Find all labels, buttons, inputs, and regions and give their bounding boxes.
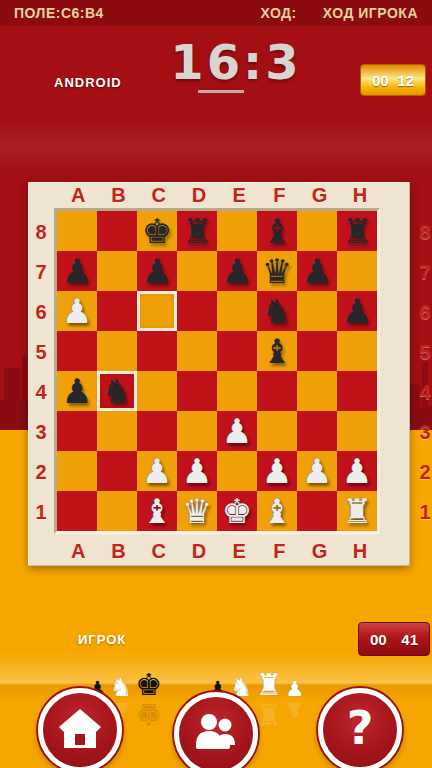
- opponent-name: ANDROID: [54, 75, 122, 90]
- square-b6[interactable]: [97, 291, 137, 331]
- turn-label: ХОД:: [260, 5, 296, 21]
- square-d7[interactable]: [177, 251, 217, 291]
- square-b4[interactable]: ♞: [97, 371, 137, 411]
- square-g7[interactable]: ♟: [297, 251, 337, 291]
- coordinate-label: 7: [412, 261, 432, 284]
- coordinate-label: G: [300, 540, 340, 563]
- timer-underline: [198, 90, 244, 93]
- coordinate-label: 4: [28, 381, 54, 404]
- black-pawn: ♟: [337, 291, 377, 331]
- square-e5[interactable]: [217, 331, 257, 371]
- field-move-label: ПОЛЕ:C6:B4: [14, 5, 104, 21]
- square-e3[interactable]: ♟: [217, 411, 257, 451]
- black-rook: ♜: [337, 211, 377, 251]
- square-f8[interactable]: ♝: [257, 211, 297, 251]
- square-g6[interactable]: [297, 291, 337, 331]
- square-g4[interactable]: [297, 371, 337, 411]
- square-a1[interactable]: [57, 491, 97, 531]
- square-g5[interactable]: [297, 331, 337, 371]
- square-c4[interactable]: [137, 371, 177, 411]
- white-pawn: ♟: [217, 411, 257, 451]
- top-status-bar: ПОЛЕ:C6:B4 ХОД: ХОД ИГРОКА: [0, 0, 432, 26]
- white-pawn: ♟: [177, 451, 217, 491]
- home-button[interactable]: [38, 688, 122, 768]
- captured-white-knight: ♞: [110, 675, 132, 700]
- players-button[interactable]: [174, 692, 258, 768]
- black-bishop: ♝: [257, 331, 297, 371]
- square-c3[interactable]: [137, 411, 177, 451]
- turn-value: ХОД ИГРОКА: [323, 5, 418, 21]
- square-c6[interactable]: [137, 291, 177, 331]
- opponent-score-left: 00: [372, 72, 389, 89]
- square-c1[interactable]: ♝: [137, 491, 177, 531]
- square-e8[interactable]: [217, 211, 257, 251]
- coordinate-label: 6: [412, 301, 432, 324]
- square-h3[interactable]: [337, 411, 377, 451]
- rank-labels-right: 87654321: [412, 212, 432, 532]
- square-a4[interactable]: ♟: [57, 371, 97, 411]
- background-sheen: [0, 120, 432, 172]
- white-pawn: ♟: [297, 451, 337, 491]
- game-timer: 16:3: [166, 34, 306, 90]
- rank-labels-left: 87654321: [28, 212, 54, 532]
- board-playing-area: ♚♜♝♜♟♟♟♛♟♟♞♟♝♟♞♟♟♟♟♟♟♝♛♚♝♜: [54, 208, 380, 534]
- coordinate-label: E: [219, 540, 259, 563]
- opponent-score-box: 00 12: [360, 64, 426, 96]
- square-h5[interactable]: [337, 331, 377, 371]
- coordinate-label: 3: [28, 421, 54, 444]
- square-d3[interactable]: [177, 411, 217, 451]
- square-e4[interactable]: [217, 371, 257, 411]
- square-h6[interactable]: ♟: [337, 291, 377, 331]
- square-f4[interactable]: [257, 371, 297, 411]
- file-labels-bottom: ABCDEFGH: [58, 536, 380, 566]
- black-pawn: ♟: [57, 371, 97, 411]
- square-b8[interactable]: [97, 211, 137, 251]
- coordinate-label: C: [139, 540, 179, 563]
- coordinate-label: 8: [412, 221, 432, 244]
- coordinate-label: D: [179, 540, 219, 563]
- white-king: ♚: [217, 491, 257, 531]
- square-a8[interactable]: [57, 211, 97, 251]
- square-f1[interactable]: ♝: [257, 491, 297, 531]
- square-e2[interactable]: [217, 451, 257, 491]
- square-d1[interactable]: ♛: [177, 491, 217, 531]
- white-pawn: ♟: [337, 451, 377, 491]
- square-h8[interactable]: ♜: [337, 211, 377, 251]
- square-a3[interactable]: [57, 411, 97, 451]
- captured-black-king: ♚: [135, 670, 162, 700]
- square-b3[interactable]: [97, 411, 137, 451]
- square-b2[interactable]: [97, 451, 137, 491]
- white-queen: ♛: [177, 491, 217, 531]
- square-c2[interactable]: ♟: [137, 451, 177, 491]
- coordinate-label: G: [300, 184, 340, 207]
- coordinate-label: 8: [28, 221, 54, 244]
- two-players-icon: [191, 711, 241, 757]
- square-f2[interactable]: ♟: [257, 451, 297, 491]
- square-d2[interactable]: ♟: [177, 451, 217, 491]
- square-e7[interactable]: ♟: [217, 251, 257, 291]
- square-e6[interactable]: [217, 291, 257, 331]
- square-a7[interactable]: ♟: [57, 251, 97, 291]
- coordinate-label: A: [58, 540, 98, 563]
- app-screen: ПОЛЕ:C6:B4 ХОД: ХОД ИГРОКА 16:3 ANDROID …: [0, 0, 432, 768]
- white-pawn: ♟: [57, 291, 97, 331]
- square-h7[interactable]: [337, 251, 377, 291]
- square-b5[interactable]: [97, 331, 137, 371]
- black-pawn: ♟: [217, 251, 257, 291]
- coordinate-label: D: [179, 184, 219, 207]
- square-g1[interactable]: [297, 491, 337, 531]
- square-d6[interactable]: [177, 291, 217, 331]
- square-b7[interactable]: [97, 251, 137, 291]
- square-c8[interactable]: ♚: [137, 211, 177, 251]
- square-g8[interactable]: [297, 211, 337, 251]
- white-bishop: ♝: [137, 491, 177, 531]
- coordinate-label: 2: [28, 461, 54, 484]
- black-bishop: ♝: [257, 211, 297, 251]
- square-d4[interactable]: [177, 371, 217, 411]
- captured-white-rook: ♜: [255, 670, 282, 700]
- square-b1[interactable]: [97, 491, 137, 531]
- coordinate-label: F: [259, 184, 299, 207]
- coordinate-label: B: [98, 184, 138, 207]
- square-a6[interactable]: ♟: [57, 291, 97, 331]
- black-knight: ♞: [257, 291, 297, 331]
- white-pawn: ♟: [257, 451, 297, 491]
- square-d5[interactable]: [177, 331, 217, 371]
- player-name: ИГРОК: [78, 632, 126, 647]
- coordinate-label: 5: [28, 341, 54, 364]
- question-mark-icon: ?: [347, 701, 374, 755]
- square-a2[interactable]: [57, 451, 97, 491]
- player-score-left: 00: [370, 631, 387, 648]
- square-f6[interactable]: ♞: [257, 291, 297, 331]
- square-f7[interactable]: ♛: [257, 251, 297, 291]
- captured-pieces-row: ♟♞♚♟♞♜♟: [88, 660, 304, 700]
- coordinate-label: 6: [28, 301, 54, 324]
- white-rook: ♜: [337, 491, 377, 531]
- home-icon: [57, 706, 103, 754]
- coordinate-label: 7: [28, 261, 54, 284]
- file-labels-top: ABCDEFGH: [58, 182, 380, 208]
- square-d8[interactable]: ♜: [177, 211, 217, 251]
- coordinate-label: A: [58, 184, 98, 207]
- black-king: ♚: [137, 211, 177, 251]
- coordinate-label: B: [98, 540, 138, 563]
- square-c5[interactable]: [137, 331, 177, 371]
- coordinate-label: E: [219, 184, 259, 207]
- coordinate-label: H: [340, 540, 380, 563]
- captured-white-pawn: ♟: [285, 679, 304, 700]
- coordinate-label: F: [259, 540, 299, 563]
- coordinate-label: H: [340, 184, 380, 207]
- coordinate-label: 5: [412, 341, 432, 364]
- black-rook: ♜: [177, 211, 217, 251]
- coordinate-label: 1: [412, 501, 432, 524]
- coordinate-label: 2: [412, 461, 432, 484]
- black-pawn: ♟: [137, 251, 177, 291]
- white-pawn: ♟: [137, 451, 177, 491]
- white-bishop: ♝: [257, 491, 297, 531]
- black-knight: ♞: [97, 371, 137, 411]
- black-queen: ♛: [257, 251, 297, 291]
- coordinate-label: 4: [412, 381, 432, 404]
- square-h4[interactable]: [337, 371, 377, 411]
- opponent-score-right: 12: [397, 72, 414, 89]
- black-pawn: ♟: [297, 251, 337, 291]
- coordinate-label: 1: [28, 501, 54, 524]
- square-g3[interactable]: [297, 411, 337, 451]
- coordinate-label: 3: [412, 421, 432, 444]
- help-button[interactable]: ?: [318, 688, 402, 768]
- player-score-right: 41: [401, 631, 418, 648]
- coordinate-label: C: [139, 184, 179, 207]
- square-g2[interactable]: ♟: [297, 451, 337, 491]
- chess-board: ABCDEFGH 87654321 87654321 ABCDEFGH ♚♜♝♜…: [28, 182, 410, 566]
- square-e1[interactable]: ♚: [217, 491, 257, 531]
- square-a5[interactable]: [57, 331, 97, 371]
- square-f5[interactable]: ♝: [257, 331, 297, 371]
- square-f3[interactable]: [257, 411, 297, 451]
- square-h1[interactable]: ♜: [337, 491, 377, 531]
- black-pawn: ♟: [57, 251, 97, 291]
- player-score-box: 00 41: [358, 622, 430, 656]
- board-squares: ♚♜♝♜♟♟♟♛♟♟♞♟♝♟♞♟♟♟♟♟♟♝♛♚♝♜: [57, 211, 377, 531]
- square-c7[interactable]: ♟: [137, 251, 177, 291]
- square-h2[interactable]: ♟: [337, 451, 377, 491]
